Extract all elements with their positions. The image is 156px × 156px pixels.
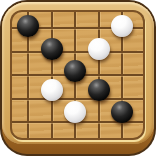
board-inner-edge [10, 10, 145, 140]
black-stone [64, 60, 86, 82]
black-stone [111, 101, 133, 123]
white-stone [64, 101, 86, 123]
gomoku-app-icon[interactable] [0, 0, 156, 156]
goban-grid[interactable] [12, 12, 143, 138]
grid-line-horizontal [12, 51, 143, 53]
black-stone [17, 15, 39, 37]
white-stone [88, 38, 110, 60]
grid-line-horizontal [12, 98, 143, 100]
white-stone [41, 79, 63, 101]
black-stone [41, 38, 63, 60]
black-stone [88, 79, 110, 101]
white-stone [111, 15, 133, 37]
